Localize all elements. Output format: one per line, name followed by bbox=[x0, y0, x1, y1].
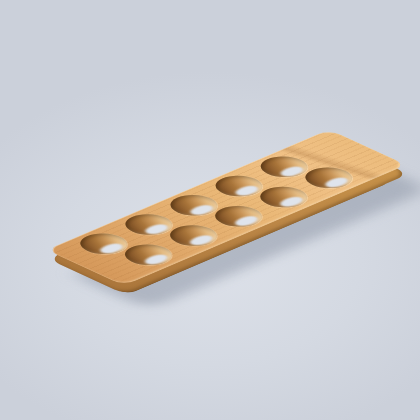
product-photo-scene bbox=[0, 0, 420, 420]
